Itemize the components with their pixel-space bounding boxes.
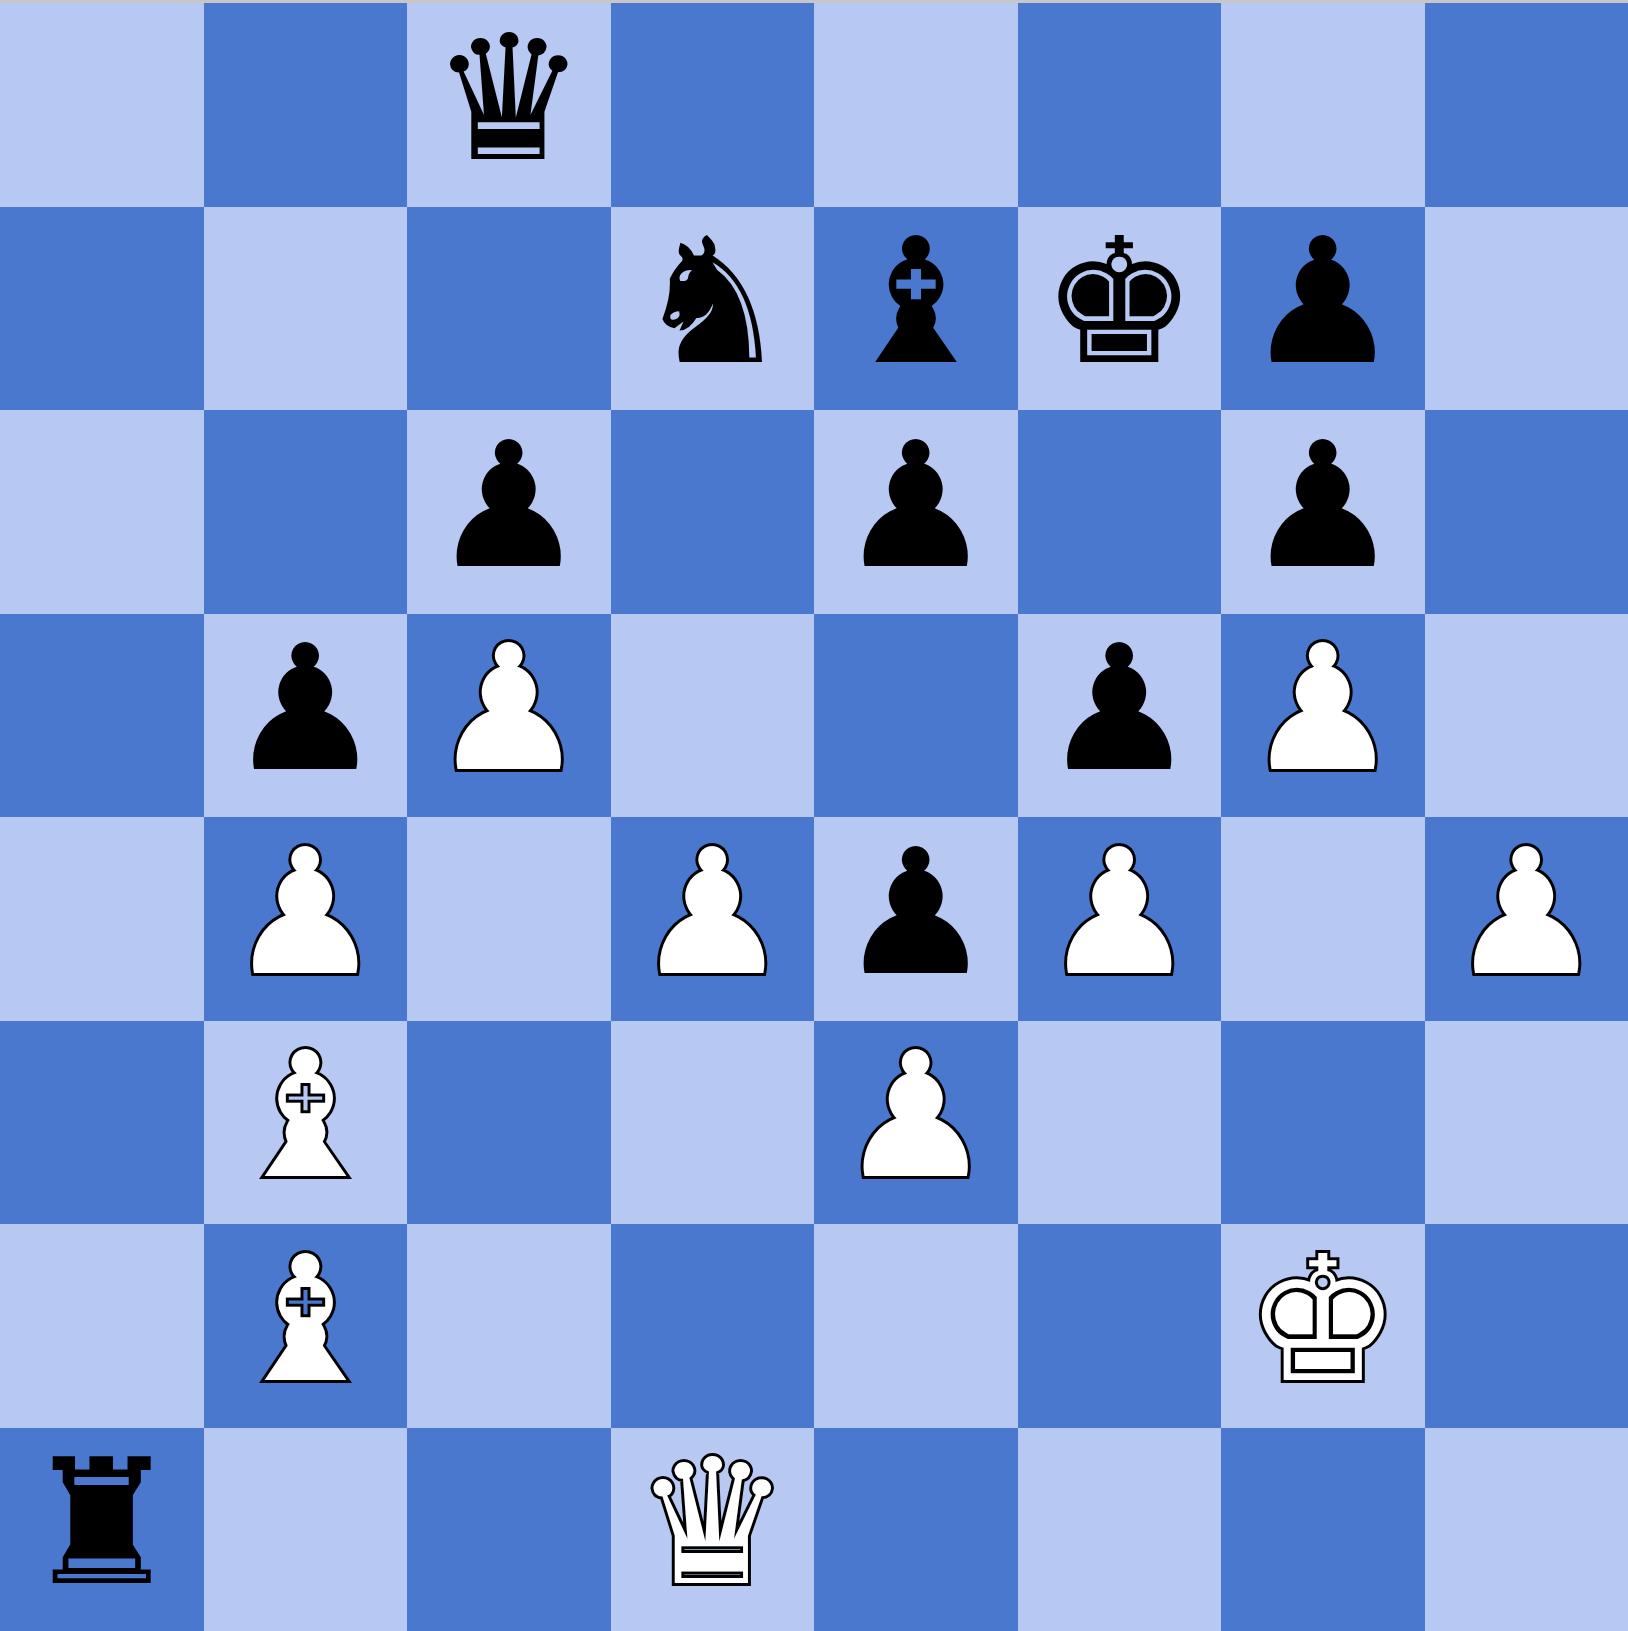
square-g8[interactable]: [1221, 3, 1425, 207]
white-bishop-piece[interactable]: ♝: [227, 1233, 383, 1407]
square-b3[interactable]: ♝: [204, 1021, 408, 1225]
square-b1[interactable]: [204, 1428, 408, 1631]
square-c7[interactable]: [407, 207, 611, 411]
square-a3[interactable]: [0, 1021, 204, 1225]
square-a7[interactable]: [0, 207, 204, 411]
square-f1[interactable]: [1018, 1428, 1222, 1631]
square-f7[interactable]: ♚: [1018, 207, 1222, 411]
square-f5[interactable]: ♟: [1018, 614, 1222, 818]
square-d8[interactable]: [611, 3, 815, 207]
chess-board: ♛♞♝♚♟♟♟♟♟♟♟♟♟♟♟♟♟♝♟♝♚♜♛: [0, 3, 1628, 1631]
white-pawn-piece[interactable]: ♟: [634, 826, 790, 1000]
white-queen-piece[interactable]: ♛: [634, 1436, 790, 1610]
square-g5[interactable]: ♟: [1221, 614, 1425, 818]
square-a8[interactable]: [0, 3, 204, 207]
square-g1[interactable]: [1221, 1428, 1425, 1631]
square-b6[interactable]: [204, 410, 408, 614]
white-bishop-piece[interactable]: ♝: [227, 1029, 383, 1203]
black-king-piece[interactable]: ♚: [1041, 215, 1197, 389]
square-b4[interactable]: ♟: [204, 817, 408, 1021]
square-g3[interactable]: [1221, 1021, 1425, 1225]
square-b5[interactable]: ♟: [204, 614, 408, 818]
square-b7[interactable]: [204, 207, 408, 411]
square-f2[interactable]: [1018, 1224, 1222, 1428]
square-f3[interactable]: [1018, 1021, 1222, 1225]
square-e4[interactable]: ♟: [814, 817, 1018, 1021]
square-h8[interactable]: [1425, 3, 1628, 207]
square-h2[interactable]: [1425, 1224, 1628, 1428]
black-pawn-piece[interactable]: ♟: [431, 419, 587, 593]
square-d4[interactable]: ♟: [611, 817, 815, 1021]
square-c5[interactable]: ♟: [407, 614, 611, 818]
square-g2[interactable]: ♚: [1221, 1224, 1425, 1428]
square-g7[interactable]: ♟: [1221, 207, 1425, 411]
square-g4[interactable]: [1221, 817, 1425, 1021]
square-e1[interactable]: [814, 1428, 1018, 1631]
square-a5[interactable]: [0, 614, 204, 818]
square-b8[interactable]: [204, 3, 408, 207]
square-d6[interactable]: [611, 410, 815, 614]
square-a6[interactable]: [0, 410, 204, 614]
square-e5[interactable]: [814, 614, 1018, 818]
black-rook-piece[interactable]: ♜: [24, 1436, 180, 1610]
square-d5[interactable]: [611, 614, 815, 818]
square-c4[interactable]: [407, 817, 611, 1021]
square-c6[interactable]: ♟: [407, 410, 611, 614]
white-pawn-piece[interactable]: ♟: [1448, 826, 1604, 1000]
square-f6[interactable]: [1018, 410, 1222, 614]
black-pawn-piece[interactable]: ♟: [838, 419, 994, 593]
white-pawn-piece[interactable]: ♟: [1041, 826, 1197, 1000]
black-pawn-piece[interactable]: ♟: [1245, 215, 1401, 389]
square-d1[interactable]: ♛: [611, 1428, 815, 1631]
white-pawn-piece[interactable]: ♟: [227, 826, 383, 1000]
square-h4[interactable]: ♟: [1425, 817, 1628, 1021]
square-h5[interactable]: [1425, 614, 1628, 818]
white-king-piece[interactable]: ♚: [1245, 1233, 1401, 1407]
square-h1[interactable]: [1425, 1428, 1628, 1631]
square-c1[interactable]: [407, 1428, 611, 1631]
square-f4[interactable]: ♟: [1018, 817, 1222, 1021]
square-f8[interactable]: [1018, 3, 1222, 207]
square-a2[interactable]: [0, 1224, 204, 1428]
black-pawn-piece[interactable]: ♟: [838, 826, 994, 1000]
square-b2[interactable]: ♝: [204, 1224, 408, 1428]
square-d2[interactable]: [611, 1224, 815, 1428]
square-d7[interactable]: ♞: [611, 207, 815, 411]
chess-app-page: ♛♞♝♚♟♟♟♟♟♟♟♟♟♟♟♟♟♝♟♝♚♜♛: [0, 0, 1628, 1631]
square-h7[interactable]: [1425, 207, 1628, 411]
white-pawn-piece[interactable]: ♟: [1245, 622, 1401, 796]
square-c8[interactable]: ♛: [407, 3, 611, 207]
black-pawn-piece[interactable]: ♟: [1245, 419, 1401, 593]
square-a4[interactable]: [0, 817, 204, 1021]
square-e7[interactable]: ♝: [814, 207, 1018, 411]
white-pawn-piece[interactable]: ♟: [838, 1029, 994, 1203]
square-h3[interactable]: [1425, 1021, 1628, 1225]
square-e6[interactable]: ♟: [814, 410, 1018, 614]
square-a1[interactable]: ♜: [0, 1428, 204, 1631]
square-c3[interactable]: [407, 1021, 611, 1225]
square-e3[interactable]: ♟: [814, 1021, 1018, 1225]
square-h6[interactable]: [1425, 410, 1628, 614]
square-e8[interactable]: [814, 3, 1018, 207]
black-pawn-piece[interactable]: ♟: [227, 622, 383, 796]
black-knight-piece[interactable]: ♞: [634, 215, 790, 389]
black-bishop-piece[interactable]: ♝: [838, 215, 994, 389]
square-d3[interactable]: [611, 1021, 815, 1225]
square-c2[interactable]: [407, 1224, 611, 1428]
white-pawn-piece[interactable]: ♟: [431, 622, 587, 796]
black-pawn-piece[interactable]: ♟: [1041, 622, 1197, 796]
black-queen-piece[interactable]: ♛: [431, 12, 587, 186]
square-e2[interactable]: [814, 1224, 1018, 1428]
square-g6[interactable]: ♟: [1221, 410, 1425, 614]
